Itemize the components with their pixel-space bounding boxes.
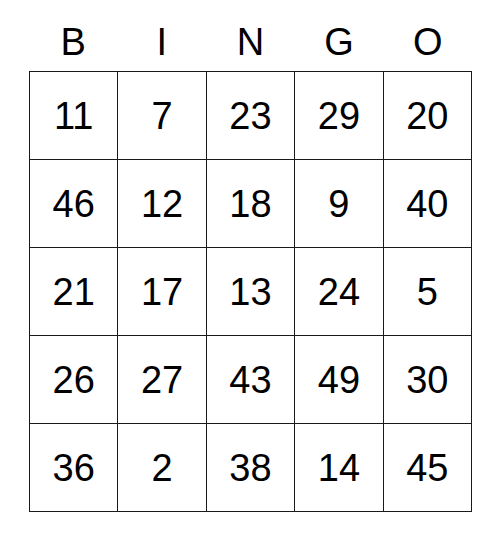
cell-r3c4[interactable]: 24: [295, 248, 383, 336]
bingo-card: BINGO 1172329204612189402117132452627434…: [0, 0, 500, 544]
cell-r3c5[interactable]: 5: [384, 248, 472, 336]
cell-r4c3[interactable]: 43: [207, 336, 295, 424]
cell-r2c2[interactable]: 12: [118, 160, 206, 248]
bingo-header-row: BINGO: [29, 13, 472, 71]
cell-r4c5[interactable]: 30: [384, 336, 472, 424]
cell-r2c1[interactable]: 46: [30, 160, 118, 248]
cell-r1c2[interactable]: 7: [118, 72, 206, 160]
cell-r1c3[interactable]: 23: [207, 72, 295, 160]
cell-r5c1[interactable]: 36: [30, 424, 118, 512]
cell-r2c3[interactable]: 18: [207, 160, 295, 248]
cell-r3c2[interactable]: 17: [118, 248, 206, 336]
cell-r5c2[interactable]: 2: [118, 424, 206, 512]
cell-r5c4[interactable]: 14: [295, 424, 383, 512]
column-letter-i: I: [157, 23, 168, 61]
cell-r1c5[interactable]: 20: [384, 72, 472, 160]
column-letter-o: O: [413, 23, 443, 61]
column-letter-b: B: [61, 23, 86, 61]
cell-r5c5[interactable]: 45: [384, 424, 472, 512]
cell-r3c3[interactable]: 13: [207, 248, 295, 336]
cell-r2c5[interactable]: 40: [384, 160, 472, 248]
cell-r1c1[interactable]: 11: [30, 72, 118, 160]
cell-r4c4[interactable]: 49: [295, 336, 383, 424]
cell-r3c1[interactable]: 21: [30, 248, 118, 336]
cell-r4c1[interactable]: 26: [30, 336, 118, 424]
bingo-grid: 1172329204612189402117132452627434930362…: [29, 71, 472, 512]
cell-r1c4[interactable]: 29: [295, 72, 383, 160]
column-letter-n: N: [237, 23, 264, 61]
cell-r2c4[interactable]: 9: [295, 160, 383, 248]
column-letter-g: G: [324, 23, 354, 61]
cell-r4c2[interactable]: 27: [118, 336, 206, 424]
cell-r5c3[interactable]: 38: [207, 424, 295, 512]
